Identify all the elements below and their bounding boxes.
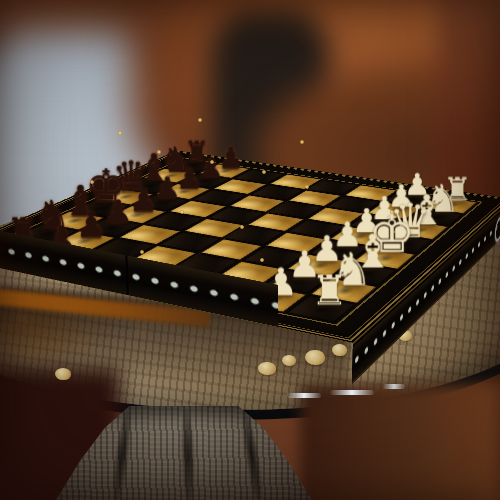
piece-white-pawn-h2: ♟ [393,170,442,200]
bokeh-sparkle [118,131,122,135]
bokeh-sparkle [210,160,214,164]
bokeh-sparkle [140,250,144,254]
bokeh-sparkle [180,210,184,214]
chess-board: ♜♞♝♚♛♝♞♜♟♟♟♟♟♟♟♟♟♟♟♟♟♟♟♟♜♞♝♚♛♝♞♜ [0,151,500,343]
bokeh-sparkle [305,185,309,189]
square-c8: ♝ [44,212,104,230]
side-face-seam [125,255,128,295]
piece-black-pawn-h7: ♟ [208,144,253,172]
square-g3 [327,196,380,213]
clasp-ring [494,214,500,245]
bokeh-sparkle [260,258,264,262]
piece-black-bishop-c8: ♝ [54,181,106,222]
board-scene: ♜♞♝♚♛♝♞♜♟♟♟♟♟♟♟♟♟♟♟♟♟♟♟♟♜♞♝♚♛♝♞♜ [0,0,500,500]
piece-white-rook-h1: ♜ [433,174,483,206]
bokeh-sparkle [300,140,304,144]
photo-chess-scene: { "game": "chess", "position": { "fen": … [0,0,500,500]
bokeh-sparkle [198,118,202,122]
bokeh-sparkle [157,150,161,154]
bokeh-sparkle [240,225,244,229]
bokeh-sparkle [262,170,266,174]
square-h5 [270,174,321,189]
bokeh-sparkle [390,210,394,214]
bokeh-sparkle [90,180,94,184]
